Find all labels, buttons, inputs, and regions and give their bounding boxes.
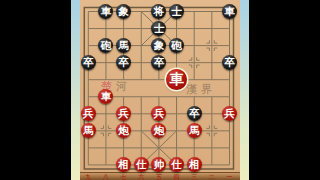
- piece-black-soldier[interactable]: 卒: [222, 55, 237, 70]
- xiangqi-board[interactable]: 楚河 漢界 九八七六五四三二一 車象将士車士砲馬象砲卒卒卒卒卒車車兵兵兵兵馬炮炮…: [80, 0, 240, 180]
- file-label-bottom: 三: [191, 174, 197, 180]
- file-label-bottom: 七: [121, 174, 127, 180]
- file-label-bottom: 四: [174, 174, 180, 180]
- file-label-bottom: 二: [209, 174, 215, 180]
- file-label-bottom: 九: [85, 174, 91, 180]
- file-label-bottom: 一: [227, 174, 233, 180]
- piece-black-horse[interactable]: 馬: [116, 38, 131, 53]
- letterbox-left: [0, 0, 71, 180]
- board-bottom-rim: 九八七六五四三二一: [80, 172, 240, 180]
- background-strip-right: [240, 0, 249, 180]
- piece-red-soldier[interactable]: 兵: [81, 106, 96, 121]
- piece-black-soldier[interactable]: 卒: [187, 106, 202, 121]
- piece-black-advisor[interactable]: 士: [169, 4, 184, 19]
- file-label-bottom: 六: [138, 174, 144, 180]
- river-label-han-jie: 漢界: [186, 82, 216, 97]
- file-label-bottom: 五: [156, 174, 162, 180]
- piece-black-chariot[interactable]: 車: [222, 4, 237, 19]
- background-strip-left: [71, 0, 80, 180]
- letterbox-right: [249, 0, 320, 180]
- piece-black-soldier[interactable]: 卒: [81, 55, 96, 70]
- piece-black-cannon[interactable]: 砲: [169, 38, 184, 53]
- piece-black-elephant[interactable]: 象: [116, 4, 131, 19]
- piece-black-soldier[interactable]: 卒: [116, 55, 131, 70]
- file-label-bottom: 八: [103, 174, 109, 180]
- piece-red-horse[interactable]: 馬: [187, 123, 202, 138]
